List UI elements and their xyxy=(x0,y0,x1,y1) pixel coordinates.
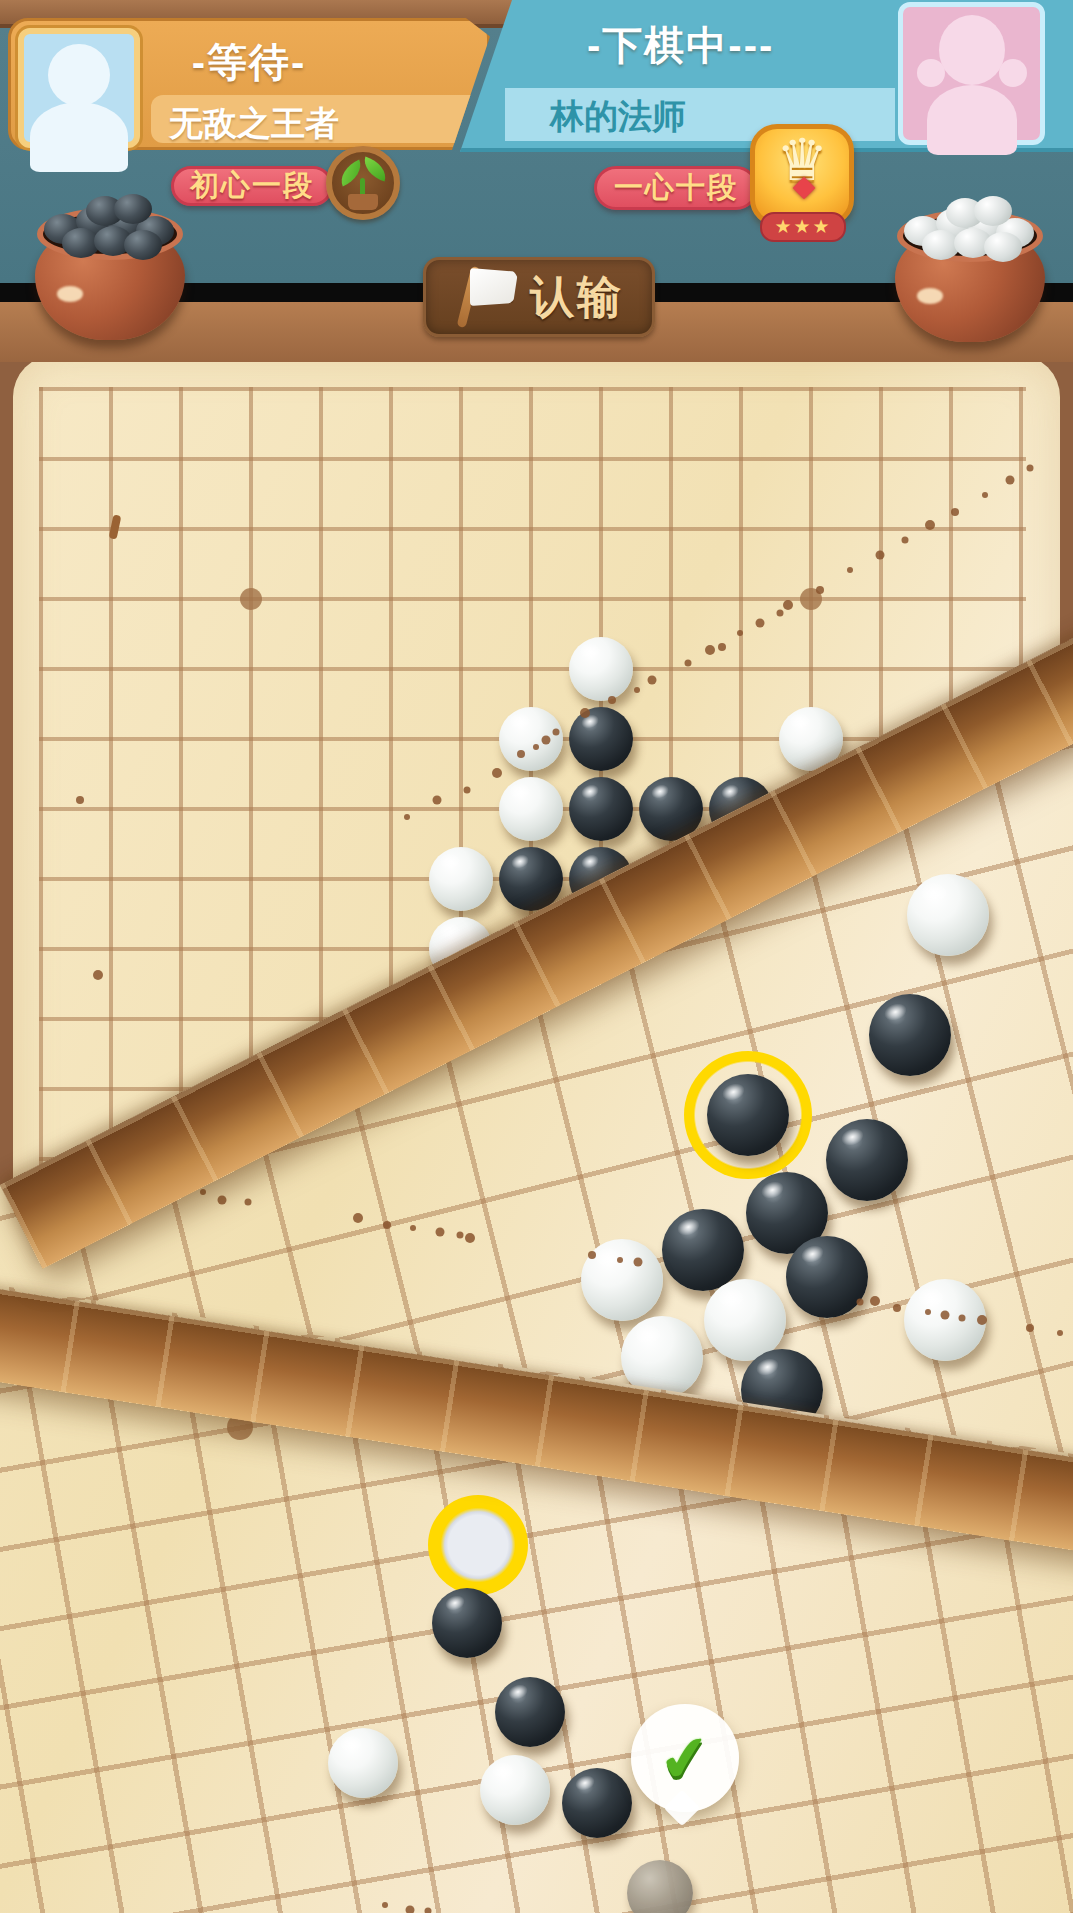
trail-dot xyxy=(553,729,560,736)
trail-dot xyxy=(580,708,590,718)
trail-dot xyxy=(685,660,692,667)
trail-dot xyxy=(492,768,502,778)
white-bowl-stone xyxy=(974,196,1012,226)
left-rank-label: 初心一段 xyxy=(190,166,314,206)
trail-dot xyxy=(737,630,743,636)
trail-dot xyxy=(517,750,525,758)
trail-dot xyxy=(634,1258,643,1267)
trail-dot xyxy=(783,600,793,610)
trail-dot xyxy=(847,567,853,573)
white-bowl-stone xyxy=(984,232,1022,262)
trail-dot xyxy=(542,736,551,745)
trail-dot xyxy=(76,796,84,804)
avatar-silhouette xyxy=(30,102,128,172)
trail-dot xyxy=(410,1225,416,1231)
trail-dot xyxy=(634,687,640,693)
trail-dot xyxy=(893,1304,901,1312)
trail-dot xyxy=(218,1196,227,1205)
black-stone-bowl xyxy=(33,200,189,342)
resign-label: 认输 xyxy=(530,268,624,327)
checkmark-icon: ✔ xyxy=(624,1697,746,1819)
trail-dot xyxy=(941,1311,950,1320)
white-stone xyxy=(499,707,563,771)
white-stone xyxy=(480,1755,550,1825)
trail-dot xyxy=(200,1189,206,1195)
match-header: -等待- 无敌之王者 -下棋中--- 林的法师 初心一段 一心十段 ♛ xyxy=(0,0,1073,362)
left-player-avatar[interactable] xyxy=(18,28,140,148)
trail-dot xyxy=(464,787,471,794)
trail-dot xyxy=(1026,1324,1034,1332)
trail-dot xyxy=(902,537,909,544)
black-stone xyxy=(786,1236,868,1318)
confirm-move-button[interactable]: ✔ xyxy=(631,1704,739,1812)
trail-dot xyxy=(1027,465,1034,472)
left-rank-badge: 初心一段 xyxy=(171,166,333,206)
right-rank-label: 一心十段 xyxy=(614,168,738,208)
trail-dot xyxy=(433,796,442,805)
star-point xyxy=(240,588,262,610)
trail-dot xyxy=(857,1299,864,1306)
trail-dot xyxy=(959,1315,966,1322)
right-rank-badge: 一心十段 xyxy=(594,166,758,210)
trail-dot xyxy=(406,1906,415,1913)
trail-dot xyxy=(465,1233,475,1243)
trail-dot xyxy=(533,744,539,750)
trail-dot xyxy=(756,619,765,628)
trail-dot xyxy=(436,1228,445,1237)
white-stone xyxy=(907,874,989,956)
trail-dot xyxy=(245,1199,252,1206)
right-player-avatar[interactable] xyxy=(898,2,1045,145)
trail-dot xyxy=(870,1296,880,1306)
avatar-silhouette xyxy=(939,15,1005,85)
rank-stars: ★★★ xyxy=(760,212,846,242)
white-stone xyxy=(569,637,633,701)
trail-dot xyxy=(353,1213,363,1223)
black-stone xyxy=(826,1119,908,1201)
resign-button[interactable]: 认输 xyxy=(423,257,655,337)
trail-dot xyxy=(588,1251,596,1259)
white-stone xyxy=(328,1728,398,1798)
trail-dot xyxy=(951,508,959,516)
black-stone xyxy=(432,1588,502,1658)
black-stone xyxy=(869,994,951,1076)
crown-rank-icon: ♛ ★★★ xyxy=(750,118,856,242)
white-stone xyxy=(904,1279,986,1361)
trail-dot xyxy=(457,1232,464,1239)
trail-dot xyxy=(608,696,616,704)
trail-dot xyxy=(977,1315,987,1325)
trail-dot xyxy=(925,520,935,530)
trail-dot xyxy=(876,551,885,560)
trail-dot xyxy=(617,1257,623,1263)
black-stone xyxy=(569,777,633,841)
trail-dot xyxy=(718,643,726,651)
trail-dot xyxy=(1057,1330,1063,1336)
sprout-rank-icon xyxy=(326,146,400,222)
trail-dot xyxy=(383,1221,391,1229)
trail-dot xyxy=(925,1309,931,1315)
black-stone xyxy=(562,1768,632,1838)
white-flag-icon xyxy=(454,264,520,330)
highlighted-point-ring xyxy=(428,1495,528,1595)
right-player-name: 林的法师 xyxy=(550,94,686,140)
white-stone xyxy=(499,777,563,841)
trail-dot xyxy=(425,1908,432,1913)
right-player-status: -下棋中--- xyxy=(460,18,901,73)
trail-dot xyxy=(404,814,410,820)
black-stone xyxy=(499,847,563,911)
black-bowl-stone xyxy=(114,194,152,224)
trail-dot xyxy=(93,970,103,980)
avatar-silhouette xyxy=(927,85,1017,155)
trail-dot xyxy=(1006,476,1015,485)
black-stone xyxy=(662,1209,744,1291)
black-bowl-stone xyxy=(124,230,162,260)
black-stone xyxy=(569,707,633,771)
trail-dot xyxy=(382,1902,388,1908)
trail-dot xyxy=(705,645,715,655)
trail-dot xyxy=(777,610,784,617)
black-stone xyxy=(707,1074,789,1156)
trail-dot xyxy=(816,586,824,594)
avatar-silhouette xyxy=(999,59,1027,87)
left-player-name: 无敌之王者 xyxy=(169,101,339,147)
trail-dot xyxy=(648,676,657,685)
black-stone xyxy=(495,1677,565,1747)
white-stone-bowl xyxy=(893,202,1049,344)
trail-dot xyxy=(982,492,988,498)
gomoku-game-screen: ✔ -等待- 无敌之王者 -下棋中--- 林的法师 xyxy=(0,0,1073,1913)
white-stone xyxy=(429,847,493,911)
avatar-silhouette xyxy=(48,44,110,106)
